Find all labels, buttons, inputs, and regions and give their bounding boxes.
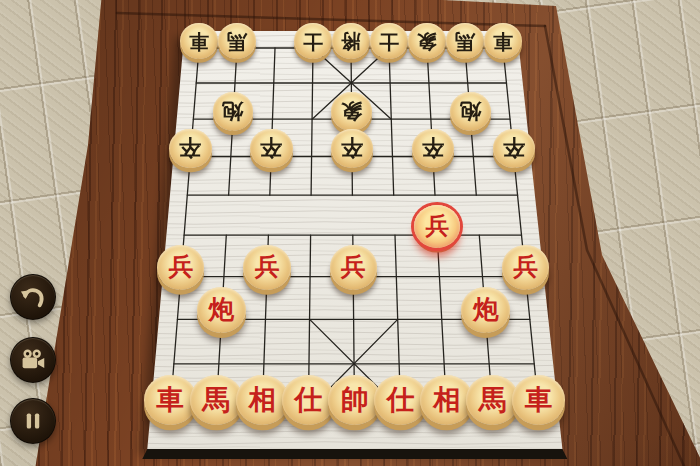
piece-red-general[interactable]: 帥 — [328, 375, 381, 425]
piece-character: 車 — [156, 386, 184, 414]
piece-character: 卒 — [503, 137, 525, 159]
piece-character: 兵 — [341, 255, 366, 280]
piece-red-horse[interactable]: 馬 — [466, 375, 519, 425]
piece-character: 炮 — [460, 101, 481, 122]
piece-character: 兵 — [513, 255, 538, 280]
piece-character: 炮 — [222, 101, 243, 122]
pause-icon — [18, 406, 48, 436]
piece-character: 帥 — [341, 386, 369, 414]
piece-character: 兵 — [425, 215, 449, 239]
piece-character: 相 — [249, 386, 277, 414]
piece-character: 炮 — [209, 297, 235, 323]
piece-black-elephant[interactable]: 象 — [408, 23, 446, 59]
piece-red-advisor[interactable]: 仕 — [374, 375, 427, 425]
piece-character: 馬 — [202, 386, 230, 414]
piece-red-soldier[interactable]: 兵 — [330, 245, 377, 290]
piece-red-advisor[interactable]: 仕 — [282, 375, 335, 425]
piece-character: 兵 — [255, 255, 280, 280]
piece-character: 相 — [433, 386, 461, 414]
piece-black-cannon[interactable]: 炮 — [450, 92, 491, 131]
piece-red-elephant[interactable]: 相 — [420, 375, 473, 425]
undo-button[interactable] — [10, 274, 56, 320]
piece-character: 仕 — [387, 386, 415, 414]
table-edge-groove — [545, 26, 684, 466]
camera-button[interactable] — [10, 337, 56, 383]
piece-red-soldier[interactable]: 兵 — [414, 205, 460, 248]
piece-red-chariot[interactable]: 車 — [144, 375, 197, 425]
piece-character: 車 — [189, 31, 209, 51]
piece-character: 仕 — [295, 386, 323, 414]
piece-character: 將 — [341, 31, 361, 51]
piece-black-soldier[interactable]: 卒 — [250, 129, 293, 169]
board-edge — [142, 449, 567, 459]
piece-red-horse[interactable]: 馬 — [190, 375, 243, 425]
piece-character: 車 — [525, 386, 553, 414]
piece-character: 兵 — [168, 255, 193, 280]
piece-red-chariot[interactable]: 車 — [512, 375, 565, 425]
piece-red-elephant[interactable]: 相 — [236, 375, 289, 425]
pause-button[interactable] — [10, 398, 56, 444]
piece-red-soldier[interactable]: 兵 — [243, 245, 290, 290]
piece-black-soldier[interactable]: 卒 — [493, 129, 536, 169]
piece-character: 象 — [417, 31, 437, 51]
piece-red-cannon[interactable]: 炮 — [197, 287, 246, 333]
piece-black-cannon[interactable]: 炮 — [213, 92, 254, 131]
piece-character: 馬 — [479, 386, 507, 414]
piece-black-horse[interactable]: 馬 — [218, 23, 256, 59]
piece-red-soldier[interactable]: 兵 — [502, 245, 549, 290]
piece-red-soldier[interactable]: 兵 — [157, 245, 204, 290]
piece-black-horse[interactable]: 馬 — [446, 23, 484, 59]
piece-black-chariot[interactable]: 車 — [180, 23, 218, 59]
video-camera-icon — [18, 345, 48, 375]
piece-black-soldier[interactable]: 卒 — [169, 129, 212, 169]
undo-arrow-icon — [18, 282, 48, 312]
piece-character: 卒 — [260, 137, 282, 159]
piece-black-general[interactable]: 將 — [332, 23, 370, 59]
piece-character: 馬 — [455, 31, 475, 51]
piece-black-advisor[interactable]: 士 — [370, 23, 408, 59]
table-edge-groove — [117, 13, 545, 26]
piece-black-chariot[interactable]: 車 — [484, 23, 522, 59]
piece-character: 士 — [303, 31, 323, 51]
piece-character: 卒 — [341, 137, 363, 159]
piece-character: 象 — [341, 101, 362, 122]
piece-black-advisor[interactable]: 士 — [294, 23, 332, 59]
piece-black-elephant[interactable]: 象 — [331, 92, 372, 131]
piece-character: 士 — [379, 31, 399, 51]
piece-character: 馬 — [227, 31, 247, 51]
piece-character: 卒 — [179, 137, 201, 159]
piece-character: 車 — [493, 31, 513, 51]
piece-character: 炮 — [473, 297, 499, 323]
piece-character: 卒 — [422, 137, 444, 159]
